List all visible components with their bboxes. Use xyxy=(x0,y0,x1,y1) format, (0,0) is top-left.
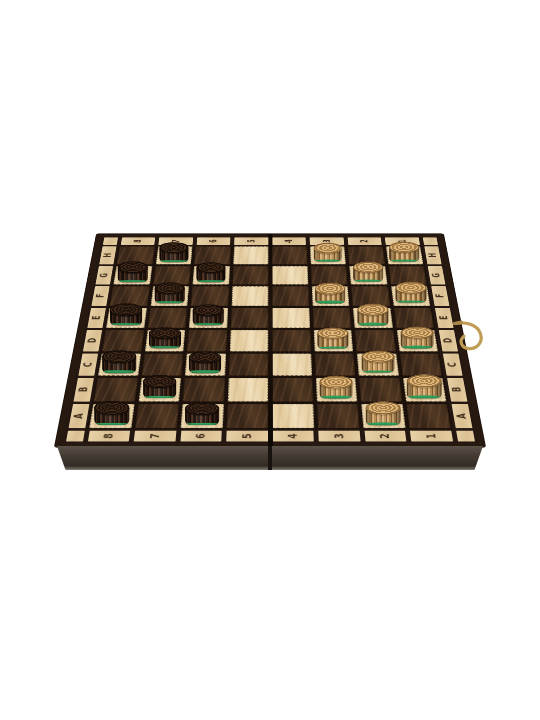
board-square-D4[interactable] xyxy=(270,329,312,352)
coord-label-number-4: 4 xyxy=(270,429,316,442)
board-square-D6[interactable] xyxy=(185,329,228,352)
board-square-G5[interactable] xyxy=(230,265,270,285)
checker-piece-light-B1[interactable] xyxy=(407,375,441,398)
board-square-C7[interactable] xyxy=(139,352,185,376)
coord-label-letter-B: B xyxy=(444,377,469,403)
board-square-F6[interactable] xyxy=(189,285,230,306)
board-square-E7[interactable] xyxy=(146,307,189,329)
coord-label-number-8: 8 xyxy=(118,237,157,246)
checker-piece-light-G2[interactable] xyxy=(353,262,383,282)
coord-label-text: B xyxy=(60,383,106,395)
coord-label-number-6: 6 xyxy=(194,237,232,246)
piece-top xyxy=(395,282,426,294)
piece-top xyxy=(366,402,401,415)
coord-label-number-4: 4 xyxy=(270,237,308,246)
board-square-D5[interactable] xyxy=(228,329,270,352)
piece-top xyxy=(102,350,136,363)
coord-label-number-1: 1 xyxy=(407,429,455,442)
piece-top xyxy=(154,283,184,295)
corner-plaque xyxy=(63,429,87,442)
checker-piece-dark-B7[interactable] xyxy=(143,375,177,398)
checker-piece-light-D3[interactable] xyxy=(318,327,349,348)
checker-piece-dark-E6[interactable] xyxy=(193,305,224,326)
board-square-B5[interactable] xyxy=(225,377,270,403)
piece-top xyxy=(110,304,142,316)
checker-piece-light-D1[interactable] xyxy=(401,326,434,348)
piece-felt-base xyxy=(186,423,218,425)
checker-piece-dark-C6[interactable] xyxy=(189,351,221,373)
checker-piece-dark-G6[interactable] xyxy=(196,262,225,282)
piece-felt-base xyxy=(118,280,147,282)
checker-piece-light-F3[interactable] xyxy=(315,283,345,303)
checker-piece-dark-F7[interactable] xyxy=(154,283,184,304)
coord-label-text: 5 xyxy=(242,232,260,251)
checker-piece-dark-A6[interactable] xyxy=(185,402,219,425)
coord-label-text: G xyxy=(416,270,457,280)
piece-felt-base xyxy=(95,423,129,426)
piece-felt-base xyxy=(197,280,225,282)
checker-piece-light-H3[interactable] xyxy=(313,243,342,262)
coord-label-text: D xyxy=(70,335,114,346)
piece-felt-base xyxy=(103,370,135,372)
checker-piece-light-A2[interactable] xyxy=(366,402,401,426)
piece-top xyxy=(143,375,177,388)
coord-label-number-5: 5 xyxy=(232,237,270,246)
piece-felt-base xyxy=(367,423,400,425)
piece-top xyxy=(185,402,219,415)
coord-label-number-2: 2 xyxy=(362,429,409,442)
piece-felt-base xyxy=(149,346,180,348)
coord-label-letter-G: G xyxy=(425,265,447,285)
checker-piece-light-H1[interactable] xyxy=(390,242,420,262)
coord-label-text: F xyxy=(79,291,121,301)
coord-label-number-3: 3 xyxy=(316,429,363,442)
board-square-E3[interactable] xyxy=(311,307,353,329)
coord-label-letter-F: F xyxy=(429,285,452,306)
piece-felt-base xyxy=(160,260,188,262)
checker-piece-light-C2[interactable] xyxy=(361,350,394,372)
piece-top xyxy=(320,376,353,389)
piece-top xyxy=(193,305,224,317)
board-front-edge xyxy=(57,446,483,470)
coord-label-text: H xyxy=(87,251,127,260)
board-square-F4[interactable] xyxy=(270,285,311,306)
coord-label-letter-H: H xyxy=(422,246,444,265)
piece-top xyxy=(357,304,388,316)
checker-piece-dark-H7[interactable] xyxy=(159,242,188,262)
coord-label-text: 8 xyxy=(127,232,148,251)
board-square-D2[interactable] xyxy=(353,329,397,352)
corner-plaque xyxy=(420,237,439,246)
coord-label-text: 6 xyxy=(204,232,223,251)
checker-piece-light-F1[interactable] xyxy=(395,282,426,303)
checker-piece-light-E2[interactable] xyxy=(357,304,388,325)
board-square-E4[interactable] xyxy=(270,307,311,329)
piece-top xyxy=(117,261,147,273)
coord-label-number-6: 6 xyxy=(177,429,224,442)
piece-top xyxy=(159,242,188,253)
checker-piece-dark-D7[interactable] xyxy=(149,327,181,349)
piece-top xyxy=(313,243,342,254)
board-square-B6[interactable] xyxy=(181,377,227,403)
board-square-C5[interactable] xyxy=(226,352,270,376)
checker-piece-dark-G8[interactable] xyxy=(117,261,147,282)
corner-plaque xyxy=(100,237,119,246)
checker-piece-dark-C8[interactable] xyxy=(102,350,136,373)
piece-felt-base xyxy=(190,371,221,373)
piece-felt-base xyxy=(194,323,223,325)
board-square-C3[interactable] xyxy=(312,352,357,376)
board-square-F5[interactable] xyxy=(229,285,270,306)
checker-piece-dark-E8[interactable] xyxy=(110,304,142,326)
piece-top xyxy=(318,327,349,339)
product-photo-scene: 87654321HHGGFFEEDDCCBBAA87654321 xyxy=(0,0,540,720)
checker-piece-light-B3[interactable] xyxy=(320,376,353,398)
coord-label-text: 4 xyxy=(280,232,298,251)
coord-label-number-7: 7 xyxy=(131,429,178,442)
coord-label-number-2: 2 xyxy=(345,237,384,246)
board-square-B4[interactable] xyxy=(270,377,315,403)
coord-label-text: A xyxy=(438,409,485,422)
piece-felt-base xyxy=(111,323,142,325)
coord-label-letter-A: A xyxy=(448,402,474,429)
corner-plaque xyxy=(453,429,477,442)
coord-label-number-8: 8 xyxy=(85,429,133,442)
checker-piece-dark-A8[interactable] xyxy=(94,401,129,425)
board-square-C4[interactable] xyxy=(270,352,314,376)
piece-felt-base xyxy=(396,301,426,303)
board-square-B2[interactable] xyxy=(357,377,404,403)
coord-label-text: 2 xyxy=(355,232,375,251)
piece-felt-base xyxy=(155,301,184,303)
piece-felt-base xyxy=(143,396,175,398)
coord-label-number-5: 5 xyxy=(224,429,270,442)
board-square-G4[interactable] xyxy=(270,265,310,285)
board-square-E5[interactable] xyxy=(229,307,270,329)
